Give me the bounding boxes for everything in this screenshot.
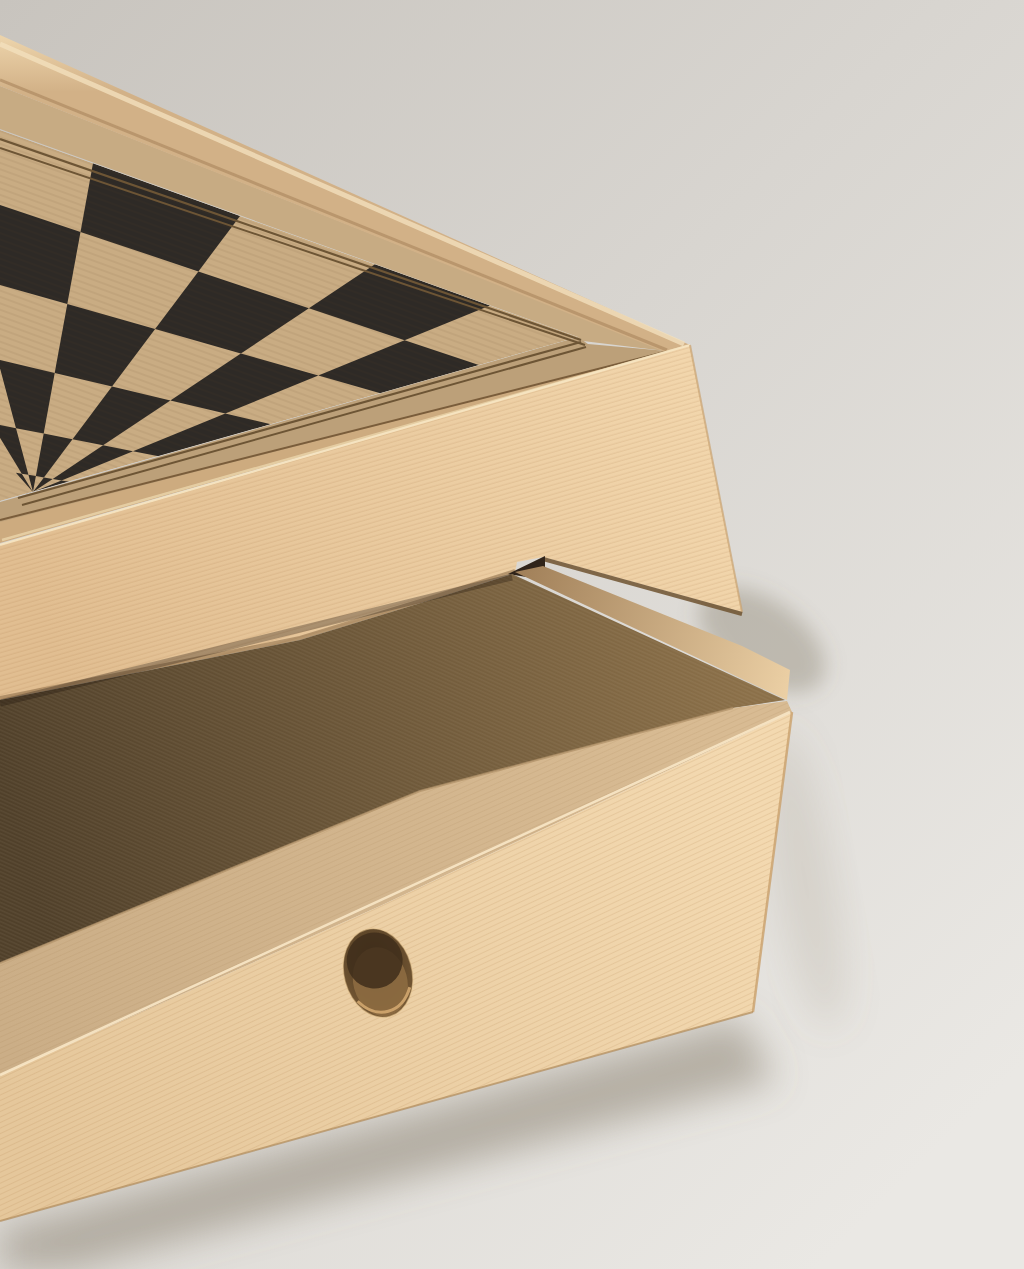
product-photo-chess-box	[0, 0, 1024, 1269]
photo-canvas	[0, 0, 1024, 1269]
